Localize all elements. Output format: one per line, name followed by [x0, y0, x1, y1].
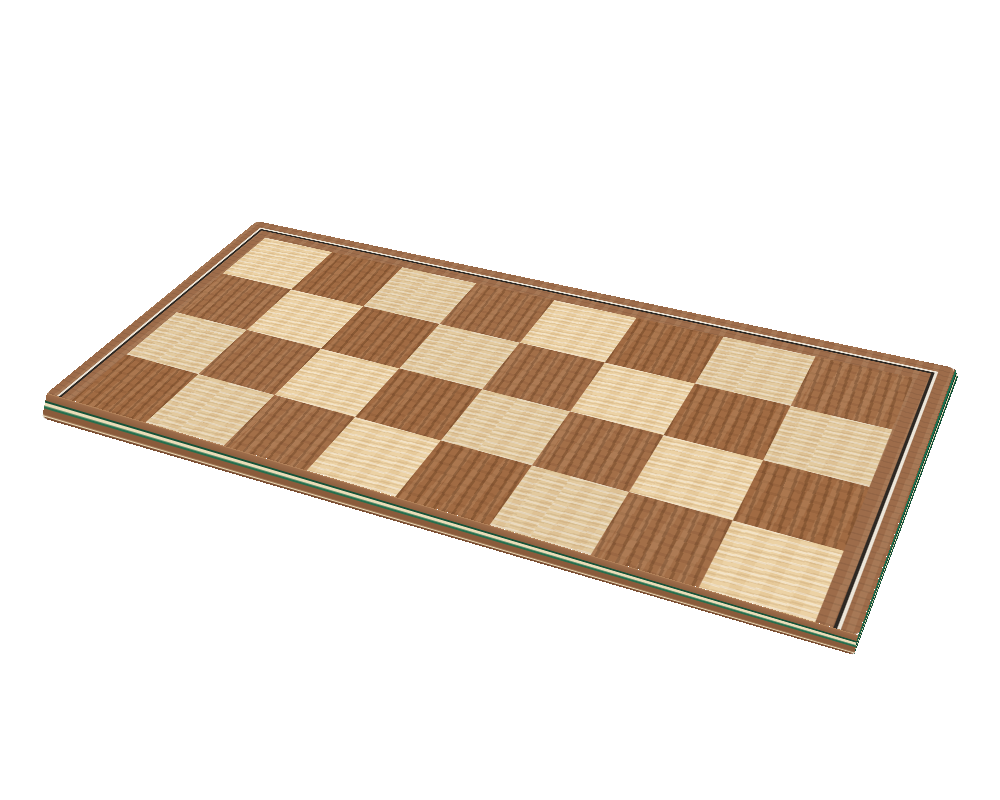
- board-squares-grid: [72, 238, 913, 623]
- chessboard: [47, 221, 955, 635]
- product-photo-stage: [0, 0, 1000, 800]
